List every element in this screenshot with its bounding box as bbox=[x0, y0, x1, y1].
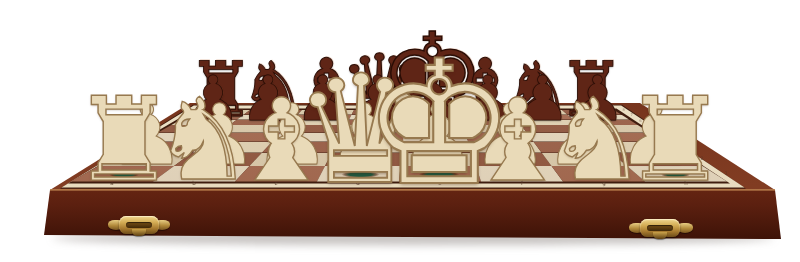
clasp-slot bbox=[126, 222, 152, 228]
clasp-slot bbox=[647, 225, 673, 231]
clasp-tongue bbox=[653, 232, 667, 239]
brass-clasp-right bbox=[629, 219, 693, 239]
clasp-tongue bbox=[132, 229, 146, 236]
brass-clasp-left bbox=[108, 216, 170, 236]
rook-glyph-icon: ♜ bbox=[623, 82, 727, 198]
chess-set-photo: abcdefgh12345678 ♜♞♝♛♚♝♞♜♟♟♟♟♟♟♟♟♟♟♟♟♟♟♟… bbox=[0, 0, 800, 262]
